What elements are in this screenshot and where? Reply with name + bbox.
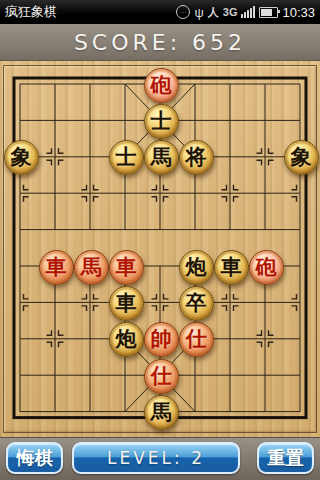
- piece-black-elephant[interactable]: 象: [4, 140, 39, 175]
- piece-character: 士: [151, 110, 172, 131]
- usb-icon: ψ: [194, 5, 203, 20]
- score-text: SCORE: 652: [74, 30, 246, 55]
- status-icons: ··· ψ 人 3G 10:33: [176, 5, 315, 20]
- piece-character: 車: [116, 292, 137, 313]
- piece-character: 馬: [151, 146, 172, 167]
- score-bar: SCORE: 652: [0, 24, 320, 61]
- level-text: LEVEL: 2: [107, 448, 205, 468]
- piece-character: 卒: [186, 292, 207, 313]
- person-icon: 人: [208, 5, 219, 20]
- piece-black-elephant[interactable]: 象: [284, 140, 319, 175]
- piece-character: 士: [116, 146, 137, 167]
- app-screen: 疯狂象棋 ··· ψ 人 3G 10:33 SCORE: 652 砲士象士馬将象…: [0, 0, 320, 480]
- piece-black-soldier[interactable]: 卒: [179, 286, 214, 321]
- battery-icon: [259, 7, 278, 18]
- app-title: 疯狂象棋: [5, 3, 57, 21]
- piece-character: 車: [46, 256, 67, 277]
- piece-character: 仕: [151, 365, 172, 386]
- piece-red-cannon[interactable]: 砲: [144, 68, 179, 103]
- piece-black-chariot[interactable]: 車: [214, 250, 249, 285]
- piece-black-chariot[interactable]: 車: [109, 286, 144, 321]
- piece-character: 車: [221, 256, 242, 277]
- xiangqi-board[interactable]: 砲士象士馬将象車馬車炮車砲車卒炮帥仕仕馬: [0, 61, 320, 437]
- undo-button[interactable]: 悔棋: [6, 442, 63, 474]
- bottom-bar: 悔棋 LEVEL: 2 重置: [0, 437, 320, 480]
- piece-red-chariot[interactable]: 車: [109, 250, 144, 285]
- piece-black-cannon[interactable]: 炮: [179, 250, 214, 285]
- piece-character: 砲: [256, 256, 277, 277]
- piece-red-advisor[interactable]: 仕: [179, 322, 214, 357]
- piece-character: 馬: [81, 256, 102, 277]
- piece-character: 象: [11, 146, 32, 167]
- piece-black-horse[interactable]: 馬: [144, 140, 179, 175]
- notification-dots-icon: ···: [176, 5, 190, 19]
- piece-character: 炮: [116, 328, 137, 349]
- network-3g-icon: 3G: [223, 6, 238, 18]
- piece-black-advisor[interactable]: 士: [144, 104, 179, 139]
- status-bar: 疯狂象棋 ··· ψ 人 3G 10:33: [0, 0, 320, 24]
- piece-black-horse[interactable]: 馬: [144, 395, 179, 430]
- piece-character: 車: [116, 256, 137, 277]
- piece-character: 帥: [151, 328, 172, 349]
- piece-character: 象: [291, 146, 312, 167]
- level-button[interactable]: LEVEL: 2: [72, 442, 240, 474]
- piece-character: 砲: [151, 74, 172, 95]
- reset-button[interactable]: 重置: [257, 442, 314, 474]
- piece-character: 炮: [186, 256, 207, 277]
- piece-black-general[interactable]: 将: [179, 140, 214, 175]
- piece-black-advisor[interactable]: 士: [109, 140, 144, 175]
- clock-time: 10:33: [282, 5, 315, 20]
- piece-red-cannon[interactable]: 砲: [249, 250, 284, 285]
- piece-character: 仕: [186, 328, 207, 349]
- piece-black-cannon[interactable]: 炮: [109, 322, 144, 357]
- signal-strength-icon: [241, 6, 255, 18]
- piece-red-general[interactable]: 帥: [144, 322, 179, 357]
- piece-red-horse[interactable]: 馬: [74, 250, 109, 285]
- piece-red-advisor[interactable]: 仕: [144, 359, 179, 394]
- piece-character: 馬: [151, 401, 172, 422]
- piece-character: 将: [186, 146, 207, 167]
- piece-red-chariot[interactable]: 車: [39, 250, 74, 285]
